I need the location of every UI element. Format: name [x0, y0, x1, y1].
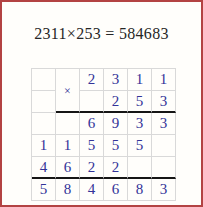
empty-cell: [152, 135, 176, 157]
empty-cell: [32, 69, 56, 91]
digit-cell: 6: [104, 179, 128, 201]
multiply-operator-cell: ×: [56, 69, 80, 113]
digit-cell: 5: [32, 179, 56, 201]
digit-cell: 1: [152, 69, 176, 91]
digit-cell: 5: [104, 135, 128, 157]
equation-title: 2311×253 = 584683: [2, 25, 201, 43]
digit-cell: 2: [104, 157, 128, 179]
empty-cell: [56, 113, 80, 135]
digit-cell: 8: [128, 179, 152, 201]
empty-cell: [152, 157, 176, 179]
digit-cell: 3: [104, 69, 128, 91]
digit-cell: 6: [80, 113, 104, 135]
digit-cell: 5: [128, 135, 152, 157]
digit-cell: 1: [32, 135, 56, 157]
digit-cell: 3: [128, 113, 152, 135]
digit-cell: 3: [152, 91, 176, 113]
digit-cell: 1: [128, 69, 152, 91]
digit-cell: 3: [152, 179, 176, 201]
empty-cell: [80, 91, 104, 113]
digit-cell: 3: [152, 113, 176, 135]
digit-cell: 9: [104, 113, 128, 135]
digit-cell: 5: [128, 91, 152, 113]
digit-cell: 8: [56, 179, 80, 201]
multiplication-grid: ×23112536933115554622584683: [31, 68, 176, 201]
digit-cell: 5: [80, 135, 104, 157]
digit-cell: 2: [104, 91, 128, 113]
screenshot-frame: 2311×253 = 584683 ×231125369331155546225…: [0, 0, 203, 207]
digit-cell: 6: [56, 157, 80, 179]
digit-cell: 2: [80, 69, 104, 91]
digit-cell: 4: [80, 179, 104, 201]
digit-cell: 2: [80, 157, 104, 179]
empty-cell: [32, 113, 56, 135]
empty-cell: [128, 157, 152, 179]
empty-cell: [32, 91, 56, 113]
digit-cell: 1: [56, 135, 80, 157]
digit-cell: 4: [32, 157, 56, 179]
